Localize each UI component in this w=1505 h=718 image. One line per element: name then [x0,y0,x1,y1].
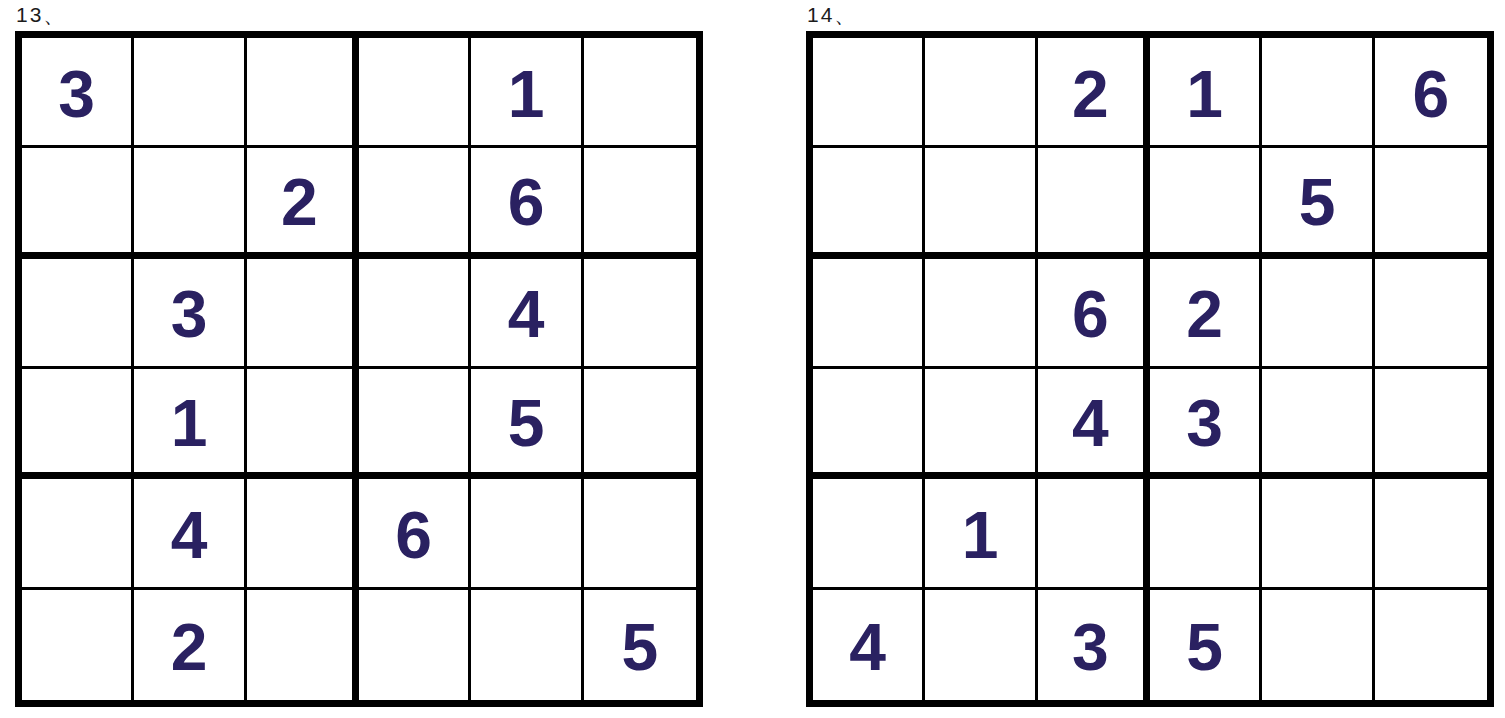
sudoku-cell-empty[interactable] [359,259,471,369]
sudoku-cell-given[interactable]: 1 [134,369,246,479]
sudoku-cell-empty[interactable] [247,38,359,148]
sudoku-cell-empty[interactable] [359,590,471,700]
sudoku-cell-empty[interactable] [584,148,696,258]
sudoku-cell-given[interactable]: 4 [134,479,246,589]
sudoku-cell-given[interactable]: 4 [1038,369,1150,479]
sudoku-cell-given[interactable]: 3 [22,38,134,148]
sudoku-cell-empty[interactable] [813,369,925,479]
sudoku-cell-empty[interactable] [813,148,925,258]
sudoku-cell-empty[interactable] [1262,259,1374,369]
sudoku-cell-empty[interactable] [1038,479,1150,589]
sudoku-grid-13: 312634154625 [15,31,703,707]
sudoku-cell-empty[interactable] [134,148,246,258]
sudoku-cell-empty[interactable] [1375,590,1487,700]
sudoku-cell-empty[interactable] [1150,148,1262,258]
sudoku-cell-given[interactable]: 3 [1150,369,1262,479]
sudoku-cell-empty[interactable] [1375,479,1487,589]
sudoku-cell-empty[interactable] [813,479,925,589]
puzzle-14-number-label: 14、 [807,2,1494,28]
sudoku-cell-empty[interactable] [925,590,1037,700]
sudoku-cell-given[interactable]: 2 [1038,38,1150,148]
sudoku-cell-empty[interactable] [584,259,696,369]
sudoku-cell-empty[interactable] [359,38,471,148]
sudoku-cell-empty[interactable] [1150,479,1262,589]
sudoku-cell-given[interactable]: 6 [1375,38,1487,148]
sudoku-cell-given[interactable]: 1 [471,38,583,148]
sudoku-cell-given[interactable]: 3 [134,259,246,369]
sudoku-cell-given[interactable]: 4 [813,590,925,700]
sudoku-cell-empty[interactable] [925,369,1037,479]
puzzle-14: 14、 216562431435 [806,2,1494,707]
sudoku-cell-given[interactable]: 5 [1262,148,1374,258]
sudoku-cell-empty[interactable] [1375,259,1487,369]
sudoku-cell-empty[interactable] [247,479,359,589]
sudoku-cell-empty[interactable] [22,479,134,589]
sudoku-cell-given[interactable]: 3 [1038,590,1150,700]
sudoku-cell-empty[interactable] [1262,479,1374,589]
sudoku-cell-given[interactable]: 1 [1150,38,1262,148]
sudoku-cell-given[interactable]: 4 [471,259,583,369]
sudoku-cell-empty[interactable] [584,479,696,589]
sudoku-grid-14: 216562431435 [806,31,1494,707]
sudoku-cell-given[interactable]: 2 [134,590,246,700]
sudoku-cell-empty[interactable] [813,259,925,369]
sudoku-cell-empty[interactable] [1375,369,1487,479]
sudoku-cell-given[interactable]: 5 [1150,590,1262,700]
sudoku-cell-empty[interactable] [925,38,1037,148]
sudoku-cell-empty[interactable] [925,148,1037,258]
sudoku-cell-given[interactable]: 6 [471,148,583,258]
sudoku-cell-empty[interactable] [134,38,246,148]
sudoku-cell-empty[interactable] [584,38,696,148]
sudoku-cell-empty[interactable] [247,369,359,479]
sudoku-cell-empty[interactable] [247,590,359,700]
sudoku-cell-empty[interactable] [1038,148,1150,258]
sudoku-cell-given[interactable]: 5 [471,369,583,479]
sudoku-cell-empty[interactable] [22,259,134,369]
sudoku-cell-empty[interactable] [813,38,925,148]
sudoku-cell-empty[interactable] [1262,38,1374,148]
sudoku-cell-given[interactable]: 5 [584,590,696,700]
sudoku-cell-empty[interactable] [1262,590,1374,700]
sudoku-cell-given[interactable]: 2 [1150,259,1262,369]
puzzle-13-number-label: 13、 [16,2,703,28]
sudoku-cell-empty[interactable] [471,590,583,700]
sudoku-cell-empty[interactable] [1262,369,1374,479]
sudoku-cell-given[interactable]: 6 [359,479,471,589]
sudoku-cell-given[interactable]: 6 [1038,259,1150,369]
puzzle-13: 13、 312634154625 [15,2,703,707]
sudoku-cell-empty[interactable] [359,148,471,258]
sudoku-cell-empty[interactable] [584,369,696,479]
sudoku-cell-empty[interactable] [22,369,134,479]
sudoku-cell-empty[interactable] [22,590,134,700]
sudoku-cell-given[interactable]: 2 [247,148,359,258]
sudoku-cell-empty[interactable] [247,259,359,369]
sudoku-cell-empty[interactable] [22,148,134,258]
sudoku-cell-given[interactable]: 1 [925,479,1037,589]
sudoku-cell-empty[interactable] [925,259,1037,369]
sudoku-cell-empty[interactable] [1375,148,1487,258]
sudoku-cell-empty[interactable] [471,479,583,589]
sudoku-cell-empty[interactable] [359,369,471,479]
